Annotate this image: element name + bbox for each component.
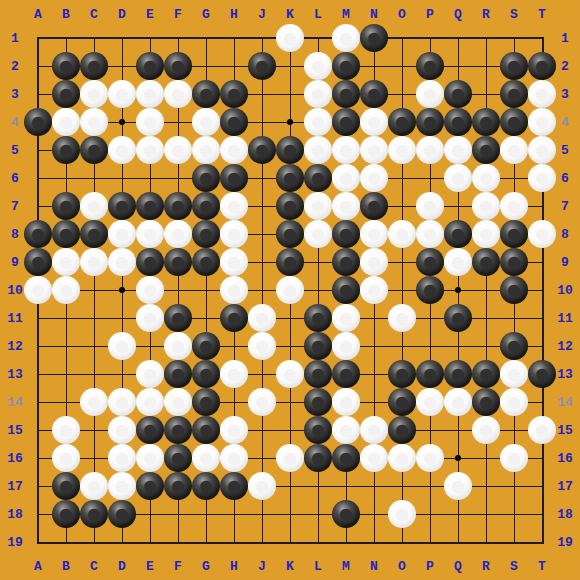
go-board[interactable]: AABBCCDDEEFFGGHHJJKKLLMMNNOOPPQQRRSSTT11… — [0, 0, 580, 580]
stone-white[interactable]: ● — [80, 80, 108, 108]
stone-black[interactable]: ● — [332, 248, 360, 276]
stone-black[interactable]: ● — [360, 80, 388, 108]
stone-black[interactable]: ● — [192, 332, 220, 360]
stone-white[interactable]: ● — [108, 248, 136, 276]
row-label-left: 19 — [7, 536, 23, 549]
stone-black[interactable]: ● — [220, 108, 248, 136]
row-label-left: 8 — [11, 228, 19, 241]
stone-black[interactable]: ● — [192, 164, 220, 192]
col-label-top: O — [398, 8, 406, 21]
stone-white[interactable]: ● — [528, 220, 556, 248]
stone-black[interactable]: ● — [136, 416, 164, 444]
stone-white[interactable]: ● — [220, 220, 248, 248]
row-label-right: 19 — [557, 536, 573, 549]
stone-white[interactable]: ● — [80, 108, 108, 136]
stone-white[interactable]: ● — [500, 360, 528, 388]
stone-black[interactable]: ● — [416, 52, 444, 80]
stone-black[interactable]: ● — [332, 108, 360, 136]
stone-white[interactable]: ● — [304, 80, 332, 108]
col-label-bottom: F — [174, 560, 182, 573]
col-label-bottom: D — [118, 560, 126, 573]
stone-black[interactable]: ● — [528, 360, 556, 388]
stone-black[interactable]: ● — [164, 248, 192, 276]
stone-black[interactable]: ● — [192, 388, 220, 416]
stone-black[interactable]: ● — [416, 108, 444, 136]
col-label-bottom: R — [482, 560, 490, 573]
stone-white[interactable]: ● — [444, 136, 472, 164]
stone-black[interactable]: ● — [416, 248, 444, 276]
row-label-right: 3 — [561, 88, 569, 101]
row-label-left: 2 — [11, 60, 19, 73]
stone-white[interactable]: ● — [388, 444, 416, 472]
stone-black[interactable]: ● — [164, 444, 192, 472]
row-label-left: 14 — [7, 396, 23, 409]
row-label-left: 10 — [7, 284, 23, 297]
stone-black[interactable]: ● — [276, 192, 304, 220]
stone-white[interactable]: ● — [444, 248, 472, 276]
col-label-top: A — [34, 8, 42, 21]
row-label-left: 5 — [11, 144, 19, 157]
row-label-right: 9 — [561, 256, 569, 269]
stone-black[interactable]: ● — [500, 80, 528, 108]
stone-black[interactable]: ● — [332, 500, 360, 528]
star-point — [455, 287, 461, 293]
stone-black[interactable]: ● — [248, 52, 276, 80]
stone-black[interactable]: ● — [80, 500, 108, 528]
stone-white[interactable]: ● — [276, 24, 304, 52]
stone-black[interactable]: ● — [164, 416, 192, 444]
row-label-right: 13 — [557, 368, 573, 381]
col-label-top: D — [118, 8, 126, 21]
stone-white[interactable]: ● — [500, 192, 528, 220]
stone-black[interactable]: ● — [24, 220, 52, 248]
stone-white[interactable]: ● — [528, 108, 556, 136]
row-label-left: 15 — [7, 424, 23, 437]
stone-white[interactable]: ● — [332, 164, 360, 192]
stone-white[interactable]: ● — [108, 220, 136, 248]
row-label-right: 11 — [557, 312, 573, 325]
stone-white[interactable]: ● — [388, 220, 416, 248]
stone-white[interactable]: ● — [276, 276, 304, 304]
stone-white[interactable]: ● — [500, 388, 528, 416]
stone-black[interactable]: ● — [500, 52, 528, 80]
stone-black[interactable]: ● — [500, 220, 528, 248]
stone-black[interactable]: ● — [416, 276, 444, 304]
col-label-top: R — [482, 8, 490, 21]
stone-white[interactable]: ● — [108, 332, 136, 360]
stone-black[interactable]: ● — [108, 192, 136, 220]
row-label-left: 1 — [11, 32, 19, 45]
stone-white[interactable]: ● — [220, 276, 248, 304]
stone-white[interactable]: ● — [304, 52, 332, 80]
stone-black[interactable]: ● — [136, 472, 164, 500]
star-point — [287, 119, 293, 125]
col-label-bottom: J — [258, 560, 266, 573]
stone-white[interactable]: ● — [528, 416, 556, 444]
stone-black[interactable]: ● — [304, 388, 332, 416]
row-label-right: 8 — [561, 228, 569, 241]
col-label-top: J — [258, 8, 266, 21]
stone-black[interactable]: ● — [444, 220, 472, 248]
stone-black[interactable]: ● — [360, 192, 388, 220]
stone-white[interactable]: ● — [80, 192, 108, 220]
row-label-left: 7 — [11, 200, 19, 213]
stone-white[interactable]: ● — [52, 276, 80, 304]
row-label-left: 17 — [7, 480, 23, 493]
col-label-bottom: O — [398, 560, 406, 573]
col-label-bottom: S — [510, 560, 518, 573]
stone-white[interactable]: ● — [192, 108, 220, 136]
stone-white[interactable]: ● — [136, 444, 164, 472]
stone-white[interactable]: ● — [416, 220, 444, 248]
stone-black[interactable]: ● — [388, 416, 416, 444]
stone-white[interactable]: ● — [304, 108, 332, 136]
stone-white[interactable]: ● — [416, 80, 444, 108]
stone-white[interactable]: ● — [136, 80, 164, 108]
stone-black[interactable]: ● — [444, 80, 472, 108]
stone-white[interactable]: ● — [108, 416, 136, 444]
stone-black[interactable]: ● — [164, 304, 192, 332]
col-label-bottom: N — [370, 560, 378, 573]
stone-black[interactable]: ● — [220, 304, 248, 332]
stone-black[interactable]: ● — [276, 164, 304, 192]
stone-white[interactable]: ● — [360, 444, 388, 472]
stone-black[interactable]: ● — [304, 164, 332, 192]
stone-black[interactable]: ● — [52, 472, 80, 500]
stone-black[interactable]: ● — [332, 52, 360, 80]
col-label-bottom: E — [146, 560, 154, 573]
row-label-right: 1 — [561, 32, 569, 45]
stone-white[interactable]: ● — [360, 276, 388, 304]
stone-black[interactable]: ● — [304, 332, 332, 360]
col-label-top: Q — [454, 8, 462, 21]
star-point — [119, 287, 125, 293]
row-label-left: 11 — [7, 312, 23, 325]
stone-black[interactable]: ● — [52, 192, 80, 220]
row-label-left: 9 — [11, 256, 19, 269]
stone-white[interactable]: ● — [52, 108, 80, 136]
stone-black[interactable]: ● — [164, 52, 192, 80]
stone-white[interactable]: ● — [108, 136, 136, 164]
stone-black[interactable]: ● — [192, 416, 220, 444]
stone-white[interactable]: ● — [164, 220, 192, 248]
col-label-top: T — [538, 8, 546, 21]
stone-white[interactable]: ● — [332, 332, 360, 360]
stone-white[interactable]: ● — [416, 444, 444, 472]
stone-white[interactable]: ● — [276, 360, 304, 388]
stone-white[interactable]: ● — [52, 248, 80, 276]
stone-white[interactable]: ● — [192, 444, 220, 472]
stone-white[interactable]: ● — [472, 164, 500, 192]
stone-white[interactable]: ● — [248, 304, 276, 332]
stone-white[interactable]: ● — [388, 500, 416, 528]
col-label-top: B — [62, 8, 70, 21]
stone-white[interactable]: ● — [360, 416, 388, 444]
stone-black[interactable]: ● — [360, 24, 388, 52]
stone-white[interactable]: ● — [220, 192, 248, 220]
col-label-top: K — [286, 8, 294, 21]
row-label-right: 14 — [557, 396, 573, 409]
stone-white[interactable]: ● — [192, 136, 220, 164]
stone-white[interactable]: ● — [388, 304, 416, 332]
col-label-top: F — [174, 8, 182, 21]
stone-black[interactable]: ● — [80, 220, 108, 248]
col-label-bottom: P — [426, 560, 434, 573]
stone-white[interactable]: ● — [164, 332, 192, 360]
stone-white[interactable]: ● — [332, 388, 360, 416]
stone-white[interactable]: ● — [472, 192, 500, 220]
stone-black[interactable]: ● — [52, 136, 80, 164]
stone-white[interactable]: ● — [444, 472, 472, 500]
col-label-top: H — [230, 8, 238, 21]
stone-white[interactable]: ● — [360, 164, 388, 192]
stone-black[interactable]: ● — [332, 276, 360, 304]
stone-white[interactable]: ● — [136, 108, 164, 136]
stone-white[interactable]: ● — [416, 136, 444, 164]
stone-white[interactable]: ● — [108, 472, 136, 500]
stone-white[interactable]: ● — [136, 276, 164, 304]
stone-black[interactable]: ● — [192, 472, 220, 500]
col-label-top: G — [202, 8, 210, 21]
stone-black[interactable]: ● — [472, 248, 500, 276]
stone-white[interactable]: ● — [416, 388, 444, 416]
stone-black[interactable]: ● — [192, 360, 220, 388]
row-label-right: 10 — [557, 284, 573, 297]
stone-black[interactable]: ● — [192, 80, 220, 108]
stone-black[interactable]: ● — [444, 360, 472, 388]
stone-white[interactable]: ● — [332, 136, 360, 164]
stone-black[interactable]: ● — [304, 416, 332, 444]
stone-black[interactable]: ● — [332, 220, 360, 248]
stone-black[interactable]: ● — [52, 500, 80, 528]
stone-black[interactable]: ● — [24, 248, 52, 276]
row-label-right: 5 — [561, 144, 569, 157]
row-label-left: 18 — [7, 508, 23, 521]
stone-white[interactable]: ● — [220, 360, 248, 388]
stone-white[interactable]: ● — [528, 164, 556, 192]
stone-black[interactable]: ● — [500, 332, 528, 360]
col-label-bottom: L — [314, 560, 322, 573]
stone-white[interactable]: ● — [528, 136, 556, 164]
col-label-top: N — [370, 8, 378, 21]
row-label-right: 15 — [557, 424, 573, 437]
stone-black[interactable]: ● — [192, 248, 220, 276]
row-label-left: 13 — [7, 368, 23, 381]
col-label-top: C — [90, 8, 98, 21]
stone-white[interactable]: ● — [304, 220, 332, 248]
stone-white[interactable]: ● — [80, 472, 108, 500]
stone-white[interactable]: ● — [304, 136, 332, 164]
stone-black[interactable]: ● — [108, 500, 136, 528]
stone-black[interactable]: ● — [192, 192, 220, 220]
row-label-right: 17 — [557, 480, 573, 493]
stone-black[interactable]: ● — [500, 276, 528, 304]
row-label-left: 4 — [11, 116, 19, 129]
stone-black[interactable]: ● — [220, 472, 248, 500]
stone-black[interactable]: ● — [500, 248, 528, 276]
row-label-left: 16 — [7, 452, 23, 465]
stone-white[interactable]: ● — [164, 80, 192, 108]
row-label-right: 7 — [561, 200, 569, 213]
stone-white[interactable]: ● — [136, 136, 164, 164]
stone-white[interactable]: ● — [332, 416, 360, 444]
stone-white[interactable]: ● — [472, 416, 500, 444]
stone-white[interactable]: ● — [416, 192, 444, 220]
stone-black[interactable]: ● — [248, 136, 276, 164]
stone-white[interactable]: ● — [444, 388, 472, 416]
stone-black[interactable]: ● — [164, 360, 192, 388]
stone-white[interactable]: ● — [360, 108, 388, 136]
stone-white[interactable]: ● — [136, 360, 164, 388]
stone-black[interactable]: ● — [24, 108, 52, 136]
stone-white[interactable]: ● — [332, 192, 360, 220]
row-label-right: 16 — [557, 452, 573, 465]
stone-black[interactable]: ● — [304, 304, 332, 332]
col-label-top: S — [510, 8, 518, 21]
stone-black[interactable]: ● — [472, 136, 500, 164]
stone-white[interactable]: ● — [444, 164, 472, 192]
stone-white[interactable]: ● — [136, 220, 164, 248]
col-label-bottom: C — [90, 560, 98, 573]
stone-white[interactable]: ● — [500, 136, 528, 164]
stone-white[interactable]: ● — [332, 304, 360, 332]
stone-black[interactable]: ● — [416, 360, 444, 388]
stone-black[interactable]: ● — [276, 220, 304, 248]
stone-white[interactable]: ● — [248, 332, 276, 360]
col-label-top: L — [314, 8, 322, 21]
stone-black[interactable]: ● — [304, 444, 332, 472]
stone-black[interactable]: ● — [220, 164, 248, 192]
row-label-left: 6 — [11, 172, 19, 185]
col-label-bottom: A — [34, 560, 42, 573]
col-label-bottom: B — [62, 560, 70, 573]
col-label-top: M — [342, 8, 350, 21]
stone-white[interactable]: ● — [220, 248, 248, 276]
stone-white[interactable]: ● — [360, 248, 388, 276]
stone-black[interactable]: ● — [500, 108, 528, 136]
stone-white[interactable]: ● — [80, 248, 108, 276]
col-label-top: E — [146, 8, 154, 21]
stone-black[interactable]: ● — [332, 444, 360, 472]
stone-white[interactable]: ● — [164, 388, 192, 416]
stone-black[interactable]: ● — [164, 472, 192, 500]
stone-white[interactable]: ● — [360, 136, 388, 164]
stone-white[interactable]: ● — [528, 80, 556, 108]
stone-black[interactable]: ● — [52, 80, 80, 108]
stone-black[interactable]: ● — [52, 52, 80, 80]
stone-white[interactable]: ● — [80, 388, 108, 416]
stone-black[interactable]: ● — [388, 360, 416, 388]
stone-white[interactable]: ● — [276, 444, 304, 472]
stone-black[interactable]: ● — [444, 108, 472, 136]
stone-black[interactable]: ● — [472, 360, 500, 388]
stone-black[interactable]: ● — [136, 52, 164, 80]
stone-black[interactable]: ● — [444, 304, 472, 332]
col-label-bottom: T — [538, 560, 546, 573]
row-label-right: 2 — [561, 60, 569, 73]
stone-black[interactable]: ● — [528, 52, 556, 80]
stone-white[interactable]: ● — [136, 388, 164, 416]
stone-white[interactable]: ● — [248, 388, 276, 416]
stone-black[interactable]: ● — [276, 136, 304, 164]
stone-white[interactable]: ● — [248, 472, 276, 500]
stone-white[interactable]: ● — [24, 276, 52, 304]
star-point — [455, 455, 461, 461]
row-label-right: 12 — [557, 340, 573, 353]
stone-white[interactable]: ● — [220, 416, 248, 444]
stone-white[interactable]: ● — [332, 24, 360, 52]
stone-black[interactable]: ● — [80, 136, 108, 164]
stone-black[interactable]: ● — [388, 108, 416, 136]
stone-white[interactable]: ● — [304, 192, 332, 220]
row-label-left: 3 — [11, 88, 19, 101]
stone-black[interactable]: ● — [472, 108, 500, 136]
stone-white[interactable]: ● — [472, 220, 500, 248]
stone-white[interactable]: ● — [220, 136, 248, 164]
stone-black[interactable]: ● — [332, 80, 360, 108]
stone-white[interactable]: ● — [220, 444, 248, 472]
stone-black[interactable]: ● — [164, 192, 192, 220]
col-label-bottom: G — [202, 560, 210, 573]
stone-black[interactable]: ● — [304, 360, 332, 388]
stone-black[interactable]: ● — [80, 52, 108, 80]
stone-black[interactable]: ● — [136, 248, 164, 276]
row-label-right: 4 — [561, 116, 569, 129]
stone-white[interactable]: ● — [164, 136, 192, 164]
star-point — [119, 119, 125, 125]
col-label-bottom: Q — [454, 560, 462, 573]
col-label-bottom: H — [230, 560, 238, 573]
stone-white[interactable]: ● — [500, 444, 528, 472]
stone-white[interactable]: ● — [52, 444, 80, 472]
stone-black[interactable]: ● — [220, 80, 248, 108]
stone-white[interactable]: ● — [108, 80, 136, 108]
stone-black[interactable]: ● — [276, 248, 304, 276]
stone-white[interactable]: ● — [136, 304, 164, 332]
stone-black[interactable]: ● — [332, 360, 360, 388]
row-label-right: 6 — [561, 172, 569, 185]
stone-white[interactable]: ● — [388, 136, 416, 164]
col-label-bottom: K — [286, 560, 294, 573]
col-label-top: P — [426, 8, 434, 21]
row-label-left: 12 — [7, 340, 23, 353]
stone-black[interactable]: ● — [388, 388, 416, 416]
stone-black[interactable]: ● — [52, 220, 80, 248]
row-label-right: 18 — [557, 508, 573, 521]
stone-black[interactable]: ● — [136, 192, 164, 220]
stone-black[interactable]: ● — [472, 388, 500, 416]
stone-white[interactable]: ● — [108, 444, 136, 472]
col-label-bottom: M — [342, 560, 350, 573]
stone-white[interactable]: ● — [108, 388, 136, 416]
stone-white[interactable]: ● — [360, 220, 388, 248]
stone-black[interactable]: ● — [192, 220, 220, 248]
stone-white[interactable]: ● — [52, 416, 80, 444]
